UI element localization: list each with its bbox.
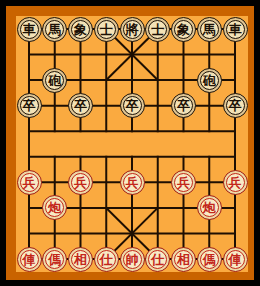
board-grid-lines — [16, 16, 248, 272]
piece-glyph: 砲 — [200, 71, 219, 90]
piece-black-horse[interactable]: 馬 — [197, 17, 222, 42]
piece-glyph: 仕 — [148, 250, 167, 269]
piece-red-elephant[interactable]: 相 — [68, 247, 93, 272]
piece-glyph: 相 — [174, 250, 193, 269]
piece-red-horse[interactable]: 傌 — [197, 247, 222, 272]
piece-glyph: 仕 — [97, 250, 116, 269]
piece-black-general[interactable]: 將 — [120, 17, 145, 42]
piece-black-soldier[interactable]: 卒 — [120, 93, 145, 118]
piece-red-soldier[interactable]: 兵 — [223, 170, 248, 195]
xiangqi-board[interactable]: 車馬象士將士象馬車砲砲卒卒卒卒卒兵兵兵兵兵炮炮俥傌相仕帥仕相傌俥 — [16, 16, 248, 272]
piece-glyph: 砲 — [45, 71, 64, 90]
piece-glyph: 車 — [20, 20, 39, 39]
piece-black-horse[interactable]: 馬 — [42, 17, 67, 42]
piece-glyph: 象 — [174, 20, 193, 39]
piece-red-soldier[interactable]: 兵 — [120, 170, 145, 195]
piece-red-soldier[interactable]: 兵 — [17, 170, 42, 195]
piece-red-cannon[interactable]: 炮 — [197, 195, 222, 220]
piece-red-soldier[interactable]: 兵 — [171, 170, 196, 195]
piece-glyph: 相 — [71, 250, 90, 269]
piece-glyph: 象 — [71, 20, 90, 39]
piece-red-general[interactable]: 帥 — [120, 247, 145, 272]
piece-glyph: 將 — [123, 20, 142, 39]
piece-glyph: 兵 — [226, 173, 245, 192]
piece-glyph: 卒 — [20, 96, 39, 115]
xiangqi-app: 車馬象士將士象馬車砲砲卒卒卒卒卒兵兵兵兵兵炮炮俥傌相仕帥仕相傌俥 — [0, 0, 260, 286]
piece-black-chariot[interactable]: 車 — [223, 17, 248, 42]
piece-red-advisor[interactable]: 仕 — [145, 247, 170, 272]
piece-glyph: 傌 — [200, 250, 219, 269]
piece-black-soldier[interactable]: 卒 — [68, 93, 93, 118]
piece-red-advisor[interactable]: 仕 — [94, 247, 119, 272]
piece-red-horse[interactable]: 傌 — [42, 247, 67, 272]
piece-red-soldier[interactable]: 兵 — [68, 170, 93, 195]
piece-glyph: 俥 — [226, 250, 245, 269]
piece-glyph: 炮 — [200, 198, 219, 217]
piece-black-soldier[interactable]: 卒 — [17, 93, 42, 118]
piece-glyph: 卒 — [123, 96, 142, 115]
piece-black-elephant[interactable]: 象 — [68, 17, 93, 42]
piece-glyph: 傌 — [45, 250, 64, 269]
piece-glyph: 士 — [97, 20, 116, 39]
piece-glyph: 馬 — [200, 20, 219, 39]
piece-glyph: 士 — [148, 20, 167, 39]
piece-black-elephant[interactable]: 象 — [171, 17, 196, 42]
piece-black-advisor[interactable]: 士 — [94, 17, 119, 42]
piece-glyph: 兵 — [20, 173, 39, 192]
piece-glyph: 俥 — [20, 250, 39, 269]
piece-glyph: 卒 — [71, 96, 90, 115]
piece-red-elephant[interactable]: 相 — [171, 247, 196, 272]
piece-glyph: 帥 — [123, 250, 142, 269]
piece-glyph: 兵 — [174, 173, 193, 192]
piece-black-soldier[interactable]: 卒 — [223, 93, 248, 118]
piece-red-chariot[interactable]: 俥 — [223, 247, 248, 272]
piece-glyph: 兵 — [123, 173, 142, 192]
piece-glyph: 馬 — [45, 20, 64, 39]
piece-black-chariot[interactable]: 車 — [17, 17, 42, 42]
piece-black-cannon[interactable]: 砲 — [42, 68, 67, 93]
piece-black-soldier[interactable]: 卒 — [171, 93, 196, 118]
piece-glyph: 卒 — [226, 96, 245, 115]
piece-glyph: 卒 — [174, 96, 193, 115]
piece-glyph: 兵 — [71, 173, 90, 192]
piece-red-chariot[interactable]: 俥 — [17, 247, 42, 272]
piece-black-advisor[interactable]: 士 — [145, 17, 170, 42]
piece-black-cannon[interactable]: 砲 — [197, 68, 222, 93]
piece-glyph: 車 — [226, 20, 245, 39]
piece-glyph: 炮 — [45, 198, 64, 217]
